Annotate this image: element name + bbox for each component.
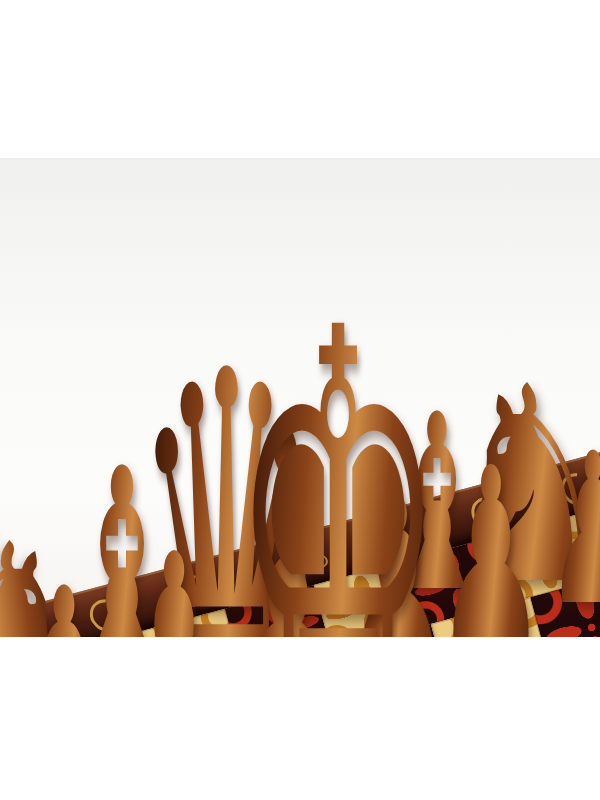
white-margin-top <box>0 0 600 158</box>
piece-pawn-b: ♟ <box>5 554 123 637</box>
white-margin-bottom <box>0 637 600 800</box>
photo-area: ♞♝♛♚♝♞♟♟♟♟♟♟ <box>0 158 600 637</box>
product-photo-page: ♞♝♛♚♝♞♟♟♟♟♟♟ <box>0 0 600 800</box>
pieces-layer: ♞♝♛♚♝♞♟♟♟♟♟♟ <box>0 158 600 637</box>
piece-pawn-g: ♟ <box>546 425 600 634</box>
piece-king: ♚ <box>230 261 447 637</box>
piece-pawn-c: ♟ <box>117 520 232 637</box>
